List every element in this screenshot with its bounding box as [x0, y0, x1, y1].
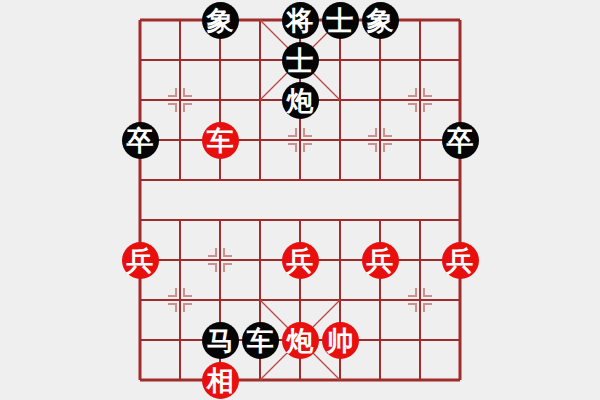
piece-black-elephant[interactable]: 象 [362, 2, 399, 39]
piece-black-cannon[interactable]: 炮 [282, 82, 319, 119]
piece-black-elephant[interactable]: 象 [202, 2, 239, 39]
piece-red-elephant[interactable]: 相 [202, 362, 239, 399]
piece-red-soldier[interactable]: 兵 [122, 242, 159, 279]
piece-black-advisor[interactable]: 士 [322, 2, 359, 39]
piece-black-chariot[interactable]: 车 [242, 322, 279, 359]
pieces-layer: 象将士象士炮卒车卒兵兵兵兵马车炮帅相 [120, 0, 480, 400]
piece-red-soldier[interactable]: 兵 [362, 242, 399, 279]
piece-red-soldier[interactable]: 兵 [282, 242, 319, 279]
piece-red-cannon[interactable]: 炮 [282, 322, 319, 359]
xiangqi-app: 象将士象士炮卒车卒兵兵兵兵马车炮帅相 [0, 0, 600, 400]
piece-black-advisor[interactable]: 士 [282, 42, 319, 79]
piece-black-horse[interactable]: 马 [202, 322, 239, 359]
piece-black-soldier[interactable]: 卒 [122, 122, 159, 159]
piece-red-soldier[interactable]: 兵 [442, 242, 479, 279]
piece-red-chariot[interactable]: 车 [202, 122, 239, 159]
piece-red-general[interactable]: 帅 [322, 322, 359, 359]
piece-black-soldier[interactable]: 卒 [442, 122, 479, 159]
piece-black-general[interactable]: 将 [282, 2, 319, 39]
